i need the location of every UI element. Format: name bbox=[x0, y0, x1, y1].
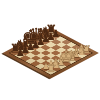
chess-scene: ♜♞♟♝♟♛♟♚♟♟♝♞♟♟♜♟♟♜♟♟♞♝♟♟♛♟♚♟♝♟♞♜ bbox=[0, 0, 100, 100]
pieces-layer: ♜♞♟♝♟♛♟♚♟♟♝♞♟♟♜♟♟♜♟♟♞♝♟♟♛♟♚♟♝♟♞♜ bbox=[0, 0, 100, 100]
white-rook[interactable]: ♜ bbox=[46, 64, 55, 74]
black-pawn[interactable]: ♟ bbox=[16, 48, 25, 58]
